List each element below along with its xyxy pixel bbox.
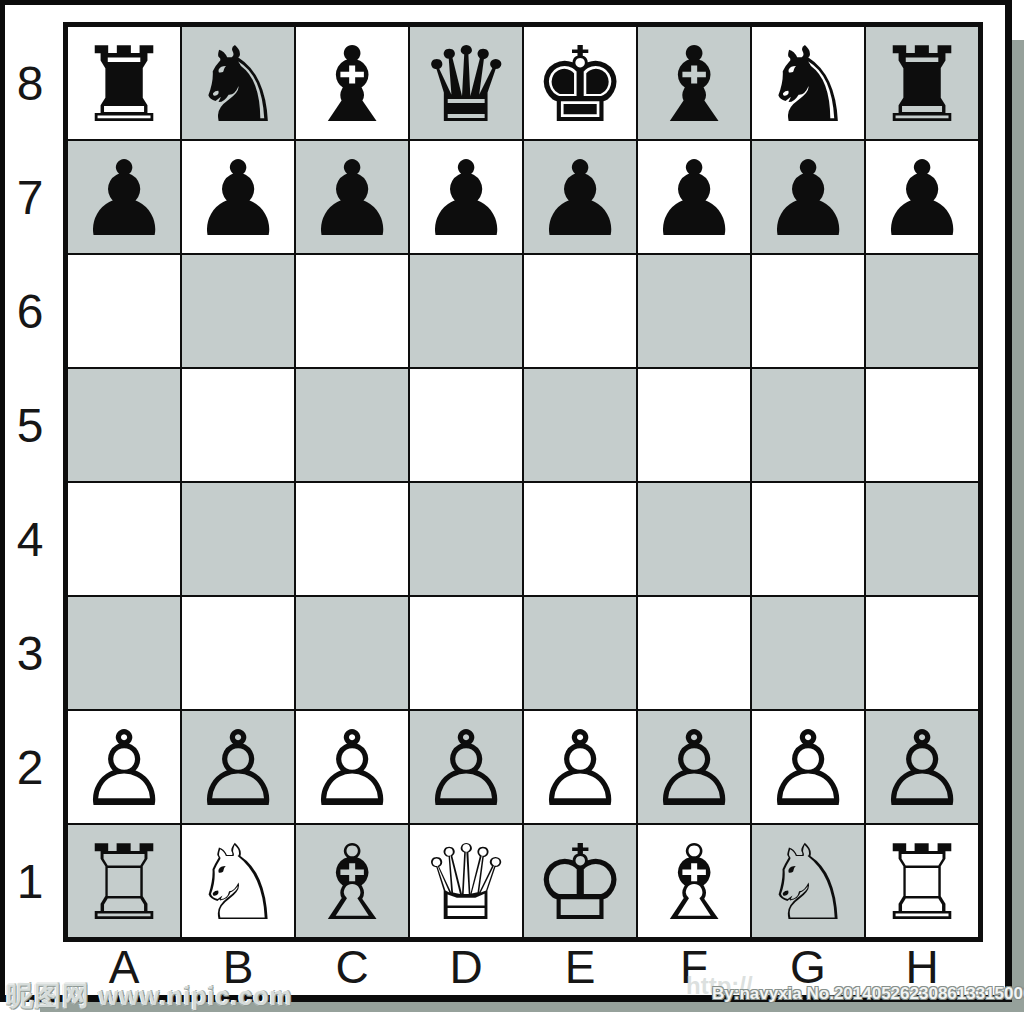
square-g2[interactable]: ♙ (752, 711, 864, 823)
black-pawn-piece: ♟ (647, 147, 740, 251)
square-g5[interactable] (752, 369, 864, 481)
square-a4[interactable] (68, 483, 180, 595)
square-f1[interactable]: ♗ (638, 825, 750, 937)
black-pawn-piece: ♟ (875, 147, 968, 251)
square-h5[interactable] (866, 369, 978, 481)
square-g4[interactable] (752, 483, 864, 595)
page: { "game": "chess", "position": "rnbqkbnr… (0, 0, 1024, 1012)
file-label-d: D (410, 940, 522, 994)
white-knight-piece: ♘ (761, 831, 854, 935)
white-bishop-piece: ♗ (647, 831, 740, 935)
rank-labels: 87654321 (0, 27, 60, 937)
square-g1[interactable]: ♘ (752, 825, 864, 937)
square-e4[interactable] (524, 483, 636, 595)
square-b1[interactable]: ♘ (182, 825, 294, 937)
square-h8[interactable]: ♜ (866, 27, 978, 139)
site-name-watermark: 昵图网 (6, 981, 90, 1011)
square-g3[interactable] (752, 597, 864, 709)
author-credit-watermark: By:navyxia No.201405262308613315000 (712, 984, 1024, 1004)
chess-board[interactable]: ♜♞♝♛♚♝♞♜♟♟♟♟♟♟♟♟♙♙♙♙♙♙♙♙♖♘♗♕♔♗♘♖ (63, 22, 983, 942)
square-a7[interactable]: ♟ (68, 141, 180, 253)
square-h7[interactable]: ♟ (866, 141, 978, 253)
square-c1[interactable]: ♗ (296, 825, 408, 937)
white-pawn-piece: ♙ (761, 717, 854, 821)
square-e6[interactable] (524, 255, 636, 367)
black-pawn-piece: ♟ (761, 147, 854, 251)
white-pawn-piece: ♙ (875, 717, 968, 821)
black-king-piece: ♚ (533, 33, 626, 137)
rank-label-8: 8 (0, 27, 60, 139)
square-f6[interactable] (638, 255, 750, 367)
rank-label-4: 4 (0, 483, 60, 595)
rank-label-1: 1 (0, 825, 60, 937)
square-b4[interactable] (182, 483, 294, 595)
white-pawn-piece: ♙ (305, 717, 398, 821)
white-knight-piece: ♘ (191, 831, 284, 935)
black-pawn-piece: ♟ (533, 147, 626, 251)
rank-label-2: 2 (0, 711, 60, 823)
square-c2[interactable]: ♙ (296, 711, 408, 823)
file-label-c: C (296, 940, 408, 994)
white-bishop-piece: ♗ (305, 831, 398, 935)
square-g6[interactable] (752, 255, 864, 367)
square-b3[interactable] (182, 597, 294, 709)
square-d1[interactable]: ♕ (410, 825, 522, 937)
square-c6[interactable] (296, 255, 408, 367)
square-c7[interactable]: ♟ (296, 141, 408, 253)
white-pawn-piece: ♙ (533, 717, 626, 821)
square-c4[interactable] (296, 483, 408, 595)
square-d5[interactable] (410, 369, 522, 481)
square-h1[interactable]: ♖ (866, 825, 978, 937)
square-f3[interactable] (638, 597, 750, 709)
square-d4[interactable] (410, 483, 522, 595)
white-queen-piece: ♕ (419, 831, 512, 935)
black-knight-piece: ♞ (191, 33, 284, 137)
square-d8[interactable]: ♛ (410, 27, 522, 139)
square-d3[interactable] (410, 597, 522, 709)
square-h4[interactable] (866, 483, 978, 595)
square-a8[interactable]: ♜ (68, 27, 180, 139)
rank-label-7: 7 (0, 141, 60, 253)
rank-label-3: 3 (0, 597, 60, 709)
square-c8[interactable]: ♝ (296, 27, 408, 139)
black-pawn-piece: ♟ (305, 147, 398, 251)
square-b8[interactable]: ♞ (182, 27, 294, 139)
square-g7[interactable]: ♟ (752, 141, 864, 253)
square-c3[interactable] (296, 597, 408, 709)
black-bishop-piece: ♝ (647, 33, 740, 137)
square-e1[interactable]: ♔ (524, 825, 636, 937)
white-pawn-piece: ♙ (191, 717, 284, 821)
black-bishop-piece: ♝ (305, 33, 398, 137)
square-a1[interactable]: ♖ (68, 825, 180, 937)
square-f5[interactable] (638, 369, 750, 481)
square-d7[interactable]: ♟ (410, 141, 522, 253)
site-url-watermark: www.nipic.com (99, 982, 293, 1010)
black-rook-piece: ♜ (875, 33, 968, 137)
black-pawn-piece: ♟ (419, 147, 512, 251)
black-pawn-piece: ♟ (191, 147, 284, 251)
site-watermark: 昵图网 www.nipic.com (6, 978, 293, 1012)
square-b2[interactable]: ♙ (182, 711, 294, 823)
square-a2[interactable]: ♙ (68, 711, 180, 823)
square-f4[interactable] (638, 483, 750, 595)
square-d6[interactable] (410, 255, 522, 367)
square-g8[interactable]: ♞ (752, 27, 864, 139)
rank-label-6: 6 (0, 255, 60, 367)
square-h3[interactable] (866, 597, 978, 709)
square-a5[interactable] (68, 369, 180, 481)
black-pawn-piece: ♟ (77, 147, 170, 251)
white-rook-piece: ♖ (77, 831, 170, 935)
square-b7[interactable]: ♟ (182, 141, 294, 253)
square-b6[interactable] (182, 255, 294, 367)
square-d2[interactable]: ♙ (410, 711, 522, 823)
black-knight-piece: ♞ (761, 33, 854, 137)
white-pawn-piece: ♙ (647, 717, 740, 821)
white-rook-piece: ♖ (875, 831, 968, 935)
file-label-e: E (524, 940, 636, 994)
square-e5[interactable] (524, 369, 636, 481)
black-rook-piece: ♜ (77, 33, 170, 137)
square-f7[interactable]: ♟ (638, 141, 750, 253)
white-pawn-piece: ♙ (419, 717, 512, 821)
square-e8[interactable]: ♚ (524, 27, 636, 139)
square-f2[interactable]: ♙ (638, 711, 750, 823)
black-queen-piece: ♛ (419, 33, 512, 137)
rank-label-5: 5 (0, 369, 60, 481)
square-e3[interactable] (524, 597, 636, 709)
square-e7[interactable]: ♟ (524, 141, 636, 253)
square-e2[interactable]: ♙ (524, 711, 636, 823)
square-c5[interactable] (296, 369, 408, 481)
square-a6[interactable] (68, 255, 180, 367)
square-h2[interactable]: ♙ (866, 711, 978, 823)
square-b5[interactable] (182, 369, 294, 481)
white-king-piece: ♔ (533, 831, 626, 935)
white-pawn-piece: ♙ (77, 717, 170, 821)
square-h6[interactable] (866, 255, 978, 367)
square-a3[interactable] (68, 597, 180, 709)
square-f8[interactable]: ♝ (638, 27, 750, 139)
